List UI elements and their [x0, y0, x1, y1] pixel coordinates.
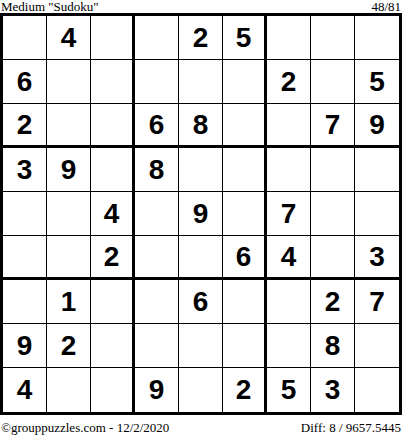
copyright-text: ©grouppuzzles.com - 12/2/2020 — [1, 420, 169, 435]
cell-r1c4[interactable] — [135, 16, 179, 60]
cell-r8c7[interactable] — [267, 324, 311, 368]
cell-r8c3[interactable] — [91, 324, 135, 368]
cell-r9c9[interactable] — [355, 368, 399, 412]
cell-r9c6[interactable]: 2 — [223, 368, 267, 412]
cell-r1c3[interactable] — [91, 16, 135, 60]
cell-r8c9[interactable] — [355, 324, 399, 368]
cell-r9c2[interactable] — [47, 368, 91, 412]
cell-r2c7[interactable]: 2 — [267, 60, 311, 104]
cell-r4c7[interactable] — [267, 148, 311, 192]
cell-r2c6[interactable] — [223, 60, 267, 104]
cell-r6c8[interactable] — [311, 236, 355, 280]
cell-r5c3[interactable]: 4 — [91, 192, 135, 236]
cell-r1c8[interactable] — [311, 16, 355, 60]
cell-r3c2[interactable] — [47, 104, 91, 148]
cell-r6c9[interactable]: 3 — [355, 236, 399, 280]
cell-r4c2[interactable]: 9 — [47, 148, 91, 192]
difficulty-text: Diff: 8 / 9657.5445 — [301, 420, 401, 435]
cell-r2c2[interactable] — [47, 60, 91, 104]
cell-r1c7[interactable] — [267, 16, 311, 60]
page-footer: ©grouppuzzles.com - 12/2/2020 Diff: 8 / … — [0, 415, 402, 437]
cell-r3c4[interactable]: 6 — [135, 104, 179, 148]
cell-r2c9[interactable]: 5 — [355, 60, 399, 104]
cell-r6c1[interactable] — [3, 236, 47, 280]
cell-r3c6[interactable] — [223, 104, 267, 148]
cell-r4c6[interactable] — [223, 148, 267, 192]
cell-r6c4[interactable] — [135, 236, 179, 280]
cell-r6c3[interactable]: 2 — [91, 236, 135, 280]
cell-r8c4[interactable] — [135, 324, 179, 368]
cell-r5c6[interactable] — [223, 192, 267, 236]
cell-r1c1[interactable] — [3, 16, 47, 60]
cell-r4c1[interactable]: 3 — [3, 148, 47, 192]
cell-r8c6[interactable] — [223, 324, 267, 368]
page-header: Medium "Sudoku" 48/81 — [0, 0, 402, 13]
cell-r4c3[interactable] — [91, 148, 135, 192]
cell-r9c7[interactable]: 5 — [267, 368, 311, 412]
cell-r3c1[interactable]: 2 — [3, 104, 47, 148]
sudoku-page: Medium "Sudoku" 48/81 425625268793984972… — [0, 0, 402, 437]
cell-r8c2[interactable]: 2 — [47, 324, 91, 368]
cell-r5c1[interactable] — [3, 192, 47, 236]
cell-r6c2[interactable] — [47, 236, 91, 280]
cell-r9c8[interactable]: 3 — [311, 368, 355, 412]
cell-r3c7[interactable] — [267, 104, 311, 148]
cell-r4c4[interactable]: 8 — [135, 148, 179, 192]
cell-r9c5[interactable] — [179, 368, 223, 412]
cell-r5c5[interactable]: 9 — [179, 192, 223, 236]
cell-r5c2[interactable] — [47, 192, 91, 236]
cell-r2c5[interactable] — [179, 60, 223, 104]
cell-r3c8[interactable]: 7 — [311, 104, 355, 148]
sudoku-board: 425625268793984972643162792849253 — [0, 13, 402, 415]
cell-r4c8[interactable] — [311, 148, 355, 192]
cell-r8c1[interactable]: 9 — [3, 324, 47, 368]
puzzle-title: Medium "Sudoku" — [1, 0, 99, 13]
cell-r6c5[interactable] — [179, 236, 223, 280]
cell-r7c2[interactable]: 1 — [47, 280, 91, 324]
cell-r7c4[interactable] — [135, 280, 179, 324]
cell-r2c1[interactable]: 6 — [3, 60, 47, 104]
cell-r4c5[interactable] — [179, 148, 223, 192]
cell-r2c4[interactable] — [135, 60, 179, 104]
cell-r1c9[interactable] — [355, 16, 399, 60]
cell-r8c8[interactable]: 8 — [311, 324, 355, 368]
cell-r3c9[interactable]: 9 — [355, 104, 399, 148]
cell-r7c9[interactable]: 7 — [355, 280, 399, 324]
cell-r6c6[interactable]: 6 — [223, 236, 267, 280]
cell-r5c7[interactable]: 7 — [267, 192, 311, 236]
cell-r5c4[interactable] — [135, 192, 179, 236]
cell-r7c8[interactable]: 2 — [311, 280, 355, 324]
cell-r1c2[interactable]: 4 — [47, 16, 91, 60]
cell-r6c7[interactable]: 4 — [267, 236, 311, 280]
cell-r7c1[interactable] — [3, 280, 47, 324]
cell-r1c5[interactable]: 2 — [179, 16, 223, 60]
cell-r7c7[interactable] — [267, 280, 311, 324]
cell-r3c5[interactable]: 8 — [179, 104, 223, 148]
cell-r9c1[interactable]: 4 — [3, 368, 47, 412]
cell-r5c9[interactable] — [355, 192, 399, 236]
cell-r4c9[interactable] — [355, 148, 399, 192]
cell-r9c4[interactable]: 9 — [135, 368, 179, 412]
cell-r7c3[interactable] — [91, 280, 135, 324]
cell-r9c3[interactable] — [91, 368, 135, 412]
cell-r1c6[interactable]: 5 — [223, 16, 267, 60]
cell-r7c6[interactable] — [223, 280, 267, 324]
cell-r7c5[interactable]: 6 — [179, 280, 223, 324]
cell-r2c8[interactable] — [311, 60, 355, 104]
cells-remaining-counter: 48/81 — [371, 0, 401, 13]
cell-r2c3[interactable] — [91, 60, 135, 104]
cell-r3c3[interactable] — [91, 104, 135, 148]
cell-r8c5[interactable] — [179, 324, 223, 368]
cell-r5c8[interactable] — [311, 192, 355, 236]
